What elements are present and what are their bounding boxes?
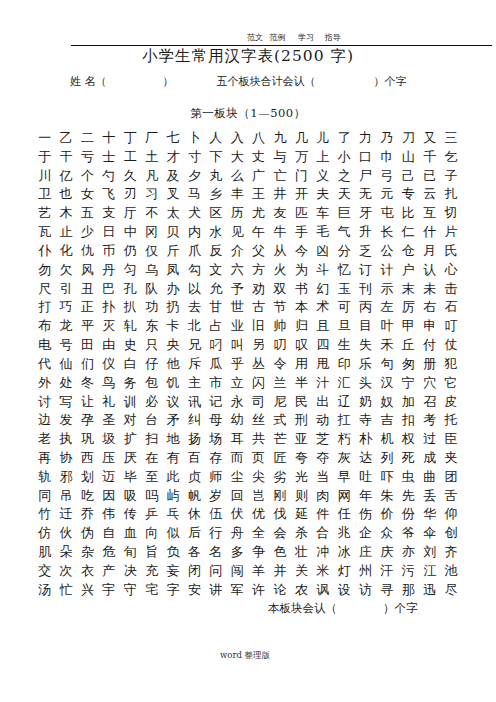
char-cell: 吓 xyxy=(376,470,397,483)
char-cell: 华 xyxy=(419,507,440,520)
char-cell: 扩 xyxy=(120,432,141,445)
char-cell: 议 xyxy=(162,395,183,408)
char-cell: 汗 xyxy=(376,564,397,577)
char-cell: 关 xyxy=(291,564,312,577)
char-cell: 亚 xyxy=(291,432,312,445)
char-cell: 壮 xyxy=(291,545,312,558)
char-cell: 记 xyxy=(205,395,226,408)
char-cell: 牛 xyxy=(269,225,290,238)
char-cell: 月 xyxy=(419,244,440,257)
char-cell: 司 xyxy=(248,395,269,408)
char-cell: 口 xyxy=(355,150,376,163)
char-cell: 奶 xyxy=(355,395,376,408)
char-cell: 全 xyxy=(248,526,269,539)
char-cell: 归 xyxy=(291,319,312,332)
char-cell: 宅 xyxy=(141,583,162,596)
char-cell: 卜 xyxy=(184,131,205,144)
char-cell: 句 xyxy=(376,357,397,370)
char-cell: 轧 xyxy=(120,319,141,332)
char-cell: 地 xyxy=(162,432,183,445)
char-cell: 芒 xyxy=(269,432,290,445)
char-cell: 五 xyxy=(77,206,98,219)
char-cell: 公 xyxy=(376,244,397,257)
char-cell: 匹 xyxy=(291,206,312,219)
char-cell: 扎 xyxy=(440,187,461,200)
header-link-xuexi: 学习 xyxy=(298,33,314,42)
char-cell: 乏 xyxy=(355,244,376,257)
char-cell: 由 xyxy=(98,338,119,351)
char-cell: 尤 xyxy=(248,206,269,219)
char-cell: 伍 xyxy=(205,507,226,520)
char-cell: 汁 xyxy=(312,376,333,389)
char-cell: 北 xyxy=(184,319,205,332)
char-cell: 今 xyxy=(291,244,312,257)
char-cell: 仆 xyxy=(34,244,55,257)
char-cell: 朽 xyxy=(333,432,354,445)
char-cell: 对 xyxy=(120,413,141,426)
char-cell: 丸 xyxy=(205,169,226,182)
char-cell: 衣 xyxy=(77,564,98,577)
char-cell: 协 xyxy=(55,451,76,464)
char-cell: 击 xyxy=(440,282,461,295)
char-cell: 师 xyxy=(205,470,226,483)
char-cell: 电 xyxy=(34,338,55,351)
char-cell: 仿 xyxy=(34,526,55,539)
char-cell: 寻 xyxy=(376,583,397,596)
char-cell: 列 xyxy=(376,451,397,464)
total-count-close: ）个字 xyxy=(374,74,407,89)
char-cell: 川 xyxy=(34,169,55,182)
char-cell: 仍 xyxy=(120,244,141,257)
char-cell: 分 xyxy=(333,244,354,257)
char-cell: 负 xyxy=(162,545,183,558)
char-cell: 托 xyxy=(440,413,461,426)
char-cell: 无 xyxy=(355,187,376,200)
char-cell: 勾 xyxy=(184,263,205,276)
char-cell: 乐 xyxy=(355,357,376,370)
char-cell: 权 xyxy=(398,432,419,445)
char-cell: 臣 xyxy=(440,432,461,445)
char-cell: 训 xyxy=(120,395,141,408)
char-cell: 并 xyxy=(269,564,290,577)
char-row: 竹迁乔伟传乒乓休伍伏优伐延件任伤价份华仰 xyxy=(34,505,462,524)
char-cell: 各 xyxy=(184,545,205,558)
char-cell: 字 xyxy=(162,583,183,596)
char-cell: 火 xyxy=(269,263,290,276)
char-cell: 们 xyxy=(77,357,98,370)
character-grid: 一乙二十丁厂七卜人入八九几儿了力乃刀又三于干亏士工土才寸下大丈与万上小口巾山千乞… xyxy=(34,128,462,599)
char-cell: 甘 xyxy=(205,300,226,313)
char-cell: 过 xyxy=(419,432,440,445)
char-cell: 巧 xyxy=(55,300,76,313)
char-cell: 妄 xyxy=(162,564,183,577)
char-cell: 处 xyxy=(55,376,76,389)
char-cell: 厂 xyxy=(141,131,162,144)
char-cell: 石 xyxy=(440,300,461,313)
char-cell: 网 xyxy=(333,489,354,502)
char-cell: 十 xyxy=(98,131,119,144)
char-cell: 圣 xyxy=(98,413,119,426)
char-cell: 向 xyxy=(141,526,162,539)
char-cell: 文 xyxy=(205,263,226,276)
char-cell: 止 xyxy=(55,225,76,238)
char-cell: 夫 xyxy=(312,187,333,200)
char-cell: 订 xyxy=(355,263,376,276)
char-cell: 鸟 xyxy=(98,376,119,389)
char-cell: 乒 xyxy=(141,507,162,520)
char-cell: 边 xyxy=(34,413,55,426)
char-cell: 尸 xyxy=(355,169,376,182)
char-cell: 竹 xyxy=(34,507,55,520)
char-cell: 刀 xyxy=(398,131,419,144)
char-cell: 死 xyxy=(398,451,419,464)
char-cell: 刘 xyxy=(419,545,440,558)
char-row: 讨写让礼训必议讯记永司尼民出辽奶奴加召皮 xyxy=(34,392,462,411)
char-cell: 仓 xyxy=(398,244,419,257)
char-cell: 久 xyxy=(120,169,141,182)
char-cell: 四 xyxy=(312,338,333,351)
char-cell: 冬 xyxy=(77,376,98,389)
char-cell: 化 xyxy=(55,244,76,257)
char-cell: 才 xyxy=(162,150,183,163)
char-cell: 子 xyxy=(440,169,461,182)
char-cell: 小 xyxy=(333,150,354,163)
char-cell: 虫 xyxy=(398,470,419,483)
char-cell: 份 xyxy=(398,507,419,520)
char-cell: 那 xyxy=(398,583,419,596)
char-cell: 乔 xyxy=(77,507,98,520)
char-cell: 伪 xyxy=(77,526,98,539)
char-cell: 厉 xyxy=(398,300,419,313)
char-cell: 风 xyxy=(77,263,98,276)
char-cell: 交 xyxy=(34,564,55,577)
char-cell: 丙 xyxy=(355,300,376,313)
char-cell: 巨 xyxy=(333,206,354,219)
char-cell: 杂 xyxy=(77,545,98,558)
char-cell: 正 xyxy=(77,300,98,313)
char-cell: 灯 xyxy=(333,564,354,577)
char-cell: 禾 xyxy=(376,338,397,351)
char-cell: 决 xyxy=(120,564,141,577)
char-cell: 互 xyxy=(419,206,440,219)
char-cell: 平 xyxy=(77,319,98,332)
char-row: 肌朵杂危旬旨负各名多争色壮冲冰庄庆亦刘齐 xyxy=(34,542,462,561)
char-cell: 功 xyxy=(141,300,162,313)
char-cell: 页 xyxy=(248,451,269,464)
char-cell: 屯 xyxy=(376,206,397,219)
char-cell: 三 xyxy=(440,131,461,144)
char-cell: 几 xyxy=(291,131,312,144)
char-cell: 色 xyxy=(269,545,290,558)
char-cell: 专 xyxy=(398,187,419,200)
char-cell: 仙 xyxy=(55,357,76,370)
char-cell: 户 xyxy=(398,263,419,276)
char-cell: 生 xyxy=(333,338,354,351)
char-cell: 执 xyxy=(55,432,76,445)
char-cell: 场 xyxy=(205,432,226,445)
char-cell: 刑 xyxy=(291,413,312,426)
char-cell: 光 xyxy=(291,470,312,483)
char-cell: 丹 xyxy=(98,263,119,276)
char-cell: 延 xyxy=(291,507,312,520)
char-cell: 予 xyxy=(227,282,248,295)
char-cell: 田 xyxy=(77,338,98,351)
char-cell: 丝 xyxy=(248,413,269,426)
char-cell: 团 xyxy=(440,470,461,483)
char-cell: 比 xyxy=(398,206,419,219)
char-row: 边发孕圣对台矛纠母幼丝式刑动扛寺吉扣考托 xyxy=(34,410,462,429)
char-cell: 力 xyxy=(355,131,376,144)
char-cell: 庆 xyxy=(376,545,397,558)
char-cell: 夺 xyxy=(312,451,333,464)
char-cell: 犬 xyxy=(184,206,205,219)
char-cell: 乞 xyxy=(440,150,461,163)
header-link-fanli: 范例 xyxy=(270,33,286,42)
char-cell: 欠 xyxy=(55,263,76,276)
char-cell: 亦 xyxy=(398,545,419,558)
char-cell: 乌 xyxy=(141,263,162,276)
char-cell: 仰 xyxy=(440,507,461,520)
document-page: 范文 范例 学习 指导 小学生常用汉字表(2500 字) 姓 名（ ） 五个板块… xyxy=(0,0,496,702)
char-cell: 卡 xyxy=(162,319,183,332)
char-cell: 务 xyxy=(120,376,141,389)
char-cell: 血 xyxy=(120,526,141,539)
char-cell: 伤 xyxy=(355,507,376,520)
char-cell: 奴 xyxy=(376,395,397,408)
char-cell: 叹 xyxy=(291,338,312,351)
char-cell: 叨 xyxy=(269,338,290,351)
char-cell: 半 xyxy=(291,376,312,389)
char-cell: 成 xyxy=(419,451,440,464)
char-cell: 丰 xyxy=(227,187,248,200)
char-cell: 写 xyxy=(55,395,76,408)
char-cell: 多 xyxy=(227,545,248,558)
char-cell: 见 xyxy=(227,225,248,238)
char-cell: 个 xyxy=(77,169,98,182)
char-cell: 皮 xyxy=(440,395,461,408)
char-cell: 汤 xyxy=(34,583,55,596)
char-cell: 存 xyxy=(205,451,226,464)
char-cell: 问 xyxy=(205,564,226,577)
char-cell: 右 xyxy=(419,300,440,313)
char-cell: 布 xyxy=(34,319,55,332)
char-cell: 凡 xyxy=(141,169,162,182)
char-cell: 艺 xyxy=(34,206,55,219)
char-cell: 州 xyxy=(355,564,376,577)
char-cell: 扫 xyxy=(141,432,162,445)
char-cell: 灭 xyxy=(98,319,119,332)
char-cell: 充 xyxy=(141,564,162,577)
char-cell: 工 xyxy=(120,150,141,163)
char-cell: 宇 xyxy=(98,583,119,596)
char-cell: 丢 xyxy=(419,489,440,502)
char-cell: 七 xyxy=(162,131,183,144)
char-cell: 打 xyxy=(34,300,55,313)
char-cell: 仪 xyxy=(98,357,119,370)
char-cell: 加 xyxy=(398,395,419,408)
char-cell: 尺 xyxy=(34,282,55,295)
char-cell: 饥 xyxy=(162,376,183,389)
char-cell: 岁 xyxy=(205,489,226,502)
char-cell: 示 xyxy=(376,282,397,295)
char-cell: 么 xyxy=(227,169,248,182)
char-cell: 队 xyxy=(141,282,162,295)
char-cell: 扣 xyxy=(398,413,419,426)
char-cell: 勺 xyxy=(98,169,119,182)
char-cell: 去 xyxy=(184,300,205,313)
char-row: 电号田由史只央兄叼叫另叨叹四生失禾丘付仗 xyxy=(34,335,462,354)
char-cell: 人 xyxy=(205,131,226,144)
char-cell: 忆 xyxy=(333,263,354,276)
char-cell: 井 xyxy=(269,187,290,200)
char-cell: 达 xyxy=(355,451,376,464)
char-cell: 出 xyxy=(312,395,333,408)
char-cell: 犯 xyxy=(440,357,461,370)
char-cell: 大 xyxy=(227,150,248,163)
char-cell: 区 xyxy=(205,206,226,219)
char-cell: 百 xyxy=(184,451,205,464)
char-cell: 不 xyxy=(141,206,162,219)
char-cell: 式 xyxy=(269,413,290,426)
char-cell: 丈 xyxy=(248,150,269,163)
char-cell: 吊 xyxy=(55,489,76,502)
char-cell: 万 xyxy=(291,150,312,163)
char-cell: 扑 xyxy=(98,300,119,313)
char-cell: 另 xyxy=(248,338,269,351)
char-cell: 忙 xyxy=(55,583,76,596)
char-cell: 邪 xyxy=(55,470,76,483)
char-cell: 寸 xyxy=(184,150,205,163)
char-cell: 东 xyxy=(141,319,162,332)
char-cell: 尘 xyxy=(227,470,248,483)
char-cell: 动 xyxy=(312,413,333,426)
char-cell: 杀 xyxy=(291,526,312,539)
char-cell: 少 xyxy=(77,225,98,238)
char-cell: 企 xyxy=(355,526,376,539)
char-cell: 申 xyxy=(419,319,440,332)
char-cell: 旧 xyxy=(248,319,269,332)
char-cell: 左 xyxy=(376,300,397,313)
char-cell: 凶 xyxy=(312,244,333,257)
char-cell: 斤 xyxy=(162,244,183,257)
char-row: 卫也女飞刃习叉马乡丰王井开夫天无元专云扎 xyxy=(34,184,462,203)
char-cell: 传 xyxy=(120,507,141,520)
char-cell: 什 xyxy=(419,225,440,238)
char-cell: 斗 xyxy=(312,263,333,276)
char-cell: 巾 xyxy=(376,150,397,163)
char-cell: 从 xyxy=(269,244,290,257)
char-cell: 冈 xyxy=(141,225,162,238)
char-cell: 纠 xyxy=(184,413,205,426)
char-cell: 讨 xyxy=(34,395,55,408)
char-cell: 龙 xyxy=(55,319,76,332)
char-cell: 千 xyxy=(419,150,440,163)
name-label: 姓 名（ xyxy=(70,74,107,89)
char-cell: 厅 xyxy=(120,206,141,219)
char-cell: 切 xyxy=(440,206,461,219)
char-cell: 夕 xyxy=(184,169,205,182)
char-cell: 叫 xyxy=(227,338,248,351)
char-cell: 代 xyxy=(34,357,55,370)
char-cell: 似 xyxy=(162,526,183,539)
char-cell: 丘 xyxy=(398,338,419,351)
char-cell: 安 xyxy=(184,583,205,596)
char-cell: 帅 xyxy=(269,319,290,332)
char-cell: 召 xyxy=(419,395,440,408)
char-row: 交次衣产决充妄闭问闯羊并关米灯州汗污江池 xyxy=(34,561,462,580)
char-cell: 也 xyxy=(55,187,76,200)
char-cell: 让 xyxy=(77,395,98,408)
char-cell: 旬 xyxy=(120,545,141,558)
char-cell: 本 xyxy=(291,300,312,313)
char-cell: 头 xyxy=(355,376,376,389)
char-cell: 闭 xyxy=(184,564,205,577)
char-cell: 勿 xyxy=(34,263,55,276)
char-cell: 天 xyxy=(333,187,354,200)
char-cell: 迈 xyxy=(98,470,119,483)
char-cell: 同 xyxy=(34,489,55,502)
char-cell: 舟 xyxy=(227,526,248,539)
char-row: 老执巩圾扩扫地扬场耳共芒亚芝朽朴机权过臣 xyxy=(34,429,462,448)
char-cell: 内 xyxy=(184,225,205,238)
char-cell: 毕 xyxy=(120,470,141,483)
char-cell: 旨 xyxy=(141,545,162,558)
char-cell: 讯 xyxy=(184,395,205,408)
char-row: 瓦止少日中冈贝内水见午牛手毛气升长仁什片 xyxy=(34,222,462,241)
char-cell: 行 xyxy=(205,526,226,539)
char-cell: 吉 xyxy=(376,413,397,426)
char-row: 轨邪划迈毕至此贞师尘尖劣光当早吐吓虫曲团 xyxy=(34,467,462,486)
char-cell: 讽 xyxy=(312,583,333,596)
char-cell: 永 xyxy=(227,395,248,408)
char-cell: 亿 xyxy=(55,169,76,182)
char-cell: 六 xyxy=(227,263,248,276)
char-cell: 仁 xyxy=(398,225,419,238)
header-link-zhidao: 指导 xyxy=(325,33,341,42)
char-cell: 兴 xyxy=(77,583,98,596)
char-row: 布龙平灭轧东卡北占业旧帅归且旦目叶甲申叮 xyxy=(34,316,462,335)
char-cell: 劣 xyxy=(269,470,290,483)
char-cell: 玉 xyxy=(333,282,354,295)
char-cell: 乙 xyxy=(55,131,76,144)
char-cell: 伙 xyxy=(55,526,76,539)
char-cell: 江 xyxy=(419,564,440,577)
char-cell: 包 xyxy=(141,376,162,389)
char-cell: 池 xyxy=(440,564,461,577)
char-cell: 污 xyxy=(398,564,419,577)
char-cell: 弓 xyxy=(376,169,397,182)
char-cell: 厌 xyxy=(120,451,141,464)
char-cell: 叼 xyxy=(205,338,226,351)
char-cell: 占 xyxy=(205,319,226,332)
char-cell: 水 xyxy=(205,225,226,238)
char-cell: 业 xyxy=(227,319,248,332)
char-cell: 至 xyxy=(141,470,162,483)
char-cell: 台 xyxy=(141,413,162,426)
char-cell: 危 xyxy=(98,545,119,558)
char-cell: 世 xyxy=(227,300,248,313)
char-cell: 长 xyxy=(376,225,397,238)
char-cell: 论 xyxy=(269,583,290,596)
char-cell: 瓜 xyxy=(205,357,226,370)
char-cell: 丑 xyxy=(77,282,98,295)
char-cell: 反 xyxy=(205,244,226,257)
char-cell: 机 xyxy=(376,432,397,445)
char-cell: 又 xyxy=(419,131,440,144)
char-cell: 书 xyxy=(291,282,312,295)
char-row: 代仙们仪白仔他斥瓜乎丛令用甩印乐句匆册犯 xyxy=(34,354,462,373)
char-cell: 舌 xyxy=(440,489,461,502)
